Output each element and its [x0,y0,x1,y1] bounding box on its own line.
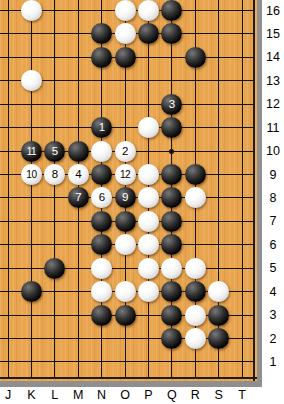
column-label-Q: Q [163,388,181,403]
white-stone-O16 [115,0,136,21]
white-stone-Q5 [161,258,182,279]
column-label-S: S [210,388,228,403]
column-label-J: J [0,388,17,403]
row-label-6: 6 [262,237,284,253]
black-stone-Q6 [161,234,182,255]
move-number-2: 2 [122,141,128,162]
white-stone-K16 [21,0,42,21]
row-label-15: 15 [262,26,284,42]
row-label-2: 2 [262,331,284,347]
white-stone-P5 [138,258,159,279]
white-stone-S4 [208,281,229,302]
row-label-4: 4 [262,284,284,300]
black-stone-S2 [208,328,229,349]
black-stone-Q7 [161,211,182,232]
star-point-Q10 [169,149,174,154]
board-border-bottom [0,377,257,379]
black-stone-O7 [115,211,136,232]
black-stone-N15 [91,23,112,44]
black-stone-K4 [21,281,42,302]
black-stone-P15 [138,23,159,44]
white-stone-P4 [138,281,159,302]
row-label-5: 5 [262,260,284,276]
row-label-13: 13 [262,73,284,89]
black-stone-N3 [91,305,112,326]
column-label-K: K [22,388,40,403]
white-stone-M9: 4 [68,164,89,185]
black-stone-N11: 1 [91,117,112,138]
move-number-5: 5 [52,141,58,162]
white-stone-P6 [138,234,159,255]
move-number-8: 8 [52,164,58,185]
column-label-T: T [233,388,251,403]
black-stone-Q11 [161,117,182,138]
black-stone-M8: 7 [68,187,89,208]
row-label-16: 16 [262,3,284,19]
grid-line-row-12 [0,104,255,105]
white-stone-O6 [115,234,136,255]
row-label-9: 9 [262,167,284,183]
white-stone-P9 [138,164,159,185]
move-number-1: 1 [99,117,105,138]
white-stone-R3 [185,305,206,326]
go-diagram: 311152108412769 16151413121110987654321J… [0,0,284,404]
move-number-10: 10 [26,164,36,185]
white-stone-N8: 6 [91,187,112,208]
white-stone-R8 [185,187,206,208]
black-stone-N7 [91,211,112,232]
white-stone-K13 [21,70,42,91]
row-label-14: 14 [262,49,284,65]
black-stone-L10: 5 [44,141,65,162]
column-label-M: M [69,388,87,403]
move-number-11: 11 [27,141,36,162]
white-stone-N4 [91,281,112,302]
column-label-P: P [139,388,157,403]
white-stone-R2 [185,328,206,349]
black-stone-M10 [68,141,89,162]
row-label-3: 3 [262,307,284,323]
black-stone-Q4 [161,281,182,302]
black-stone-Q3 [161,305,182,326]
black-stone-Q8 [161,187,182,208]
white-stone-P7 [138,211,159,232]
black-stone-Q9 [161,164,182,185]
row-label-8: 8 [262,190,284,206]
grid-line-row-11 [0,127,255,128]
grid-line-row-1 [0,361,255,362]
white-stone-O15 [115,23,136,44]
grid-line-row-5 [0,268,255,269]
white-stone-O10: 2 [115,141,136,162]
black-stone-O8: 9 [115,187,136,208]
black-stone-L5 [44,258,65,279]
black-stone-Q15 [161,23,182,44]
white-stone-K9: 10 [21,164,42,185]
black-stone-N14 [91,47,112,68]
black-stone-S3 [208,305,229,326]
row-label-11: 11 [262,120,284,136]
white-stone-P16 [138,0,159,21]
black-stone-Q12: 3 [161,94,182,115]
column-label-O: O [116,388,134,403]
column-label-R: R [186,388,204,403]
white-stone-O9: 12 [115,164,136,185]
move-number-7: 7 [75,187,81,208]
move-number-12: 12 [120,164,130,185]
go-board[interactable]: 311152108412769 [0,0,257,381]
white-stone-N5 [91,258,112,279]
black-stone-K10: 11 [21,141,42,162]
white-stone-R5 [185,258,206,279]
white-stone-N10 [91,141,112,162]
black-stone-O14 [115,47,136,68]
black-stone-N9 [91,164,112,185]
row-label-7: 7 [262,213,284,229]
row-label-12: 12 [262,96,284,112]
board-border-right [253,0,255,381]
move-number-6: 6 [99,187,105,208]
white-stone-L9: 8 [44,164,65,185]
row-label-10: 10 [262,143,284,159]
black-stone-N6 [91,234,112,255]
row-label-1: 1 [262,354,284,370]
move-number-9: 9 [122,187,128,208]
black-stone-Q16 [161,0,182,21]
black-stone-O3 [115,305,136,326]
black-stone-R4 [185,281,206,302]
column-label-L: L [46,388,64,403]
white-stone-O4 [115,281,136,302]
move-number-3: 3 [169,94,175,115]
white-stone-P11 [138,117,159,138]
white-stone-P8 [138,187,159,208]
black-stone-R14 [185,47,206,68]
column-label-N: N [93,388,111,403]
black-stone-Q2 [161,328,182,349]
move-number-4: 4 [75,164,81,185]
black-stone-R9 [185,164,206,185]
